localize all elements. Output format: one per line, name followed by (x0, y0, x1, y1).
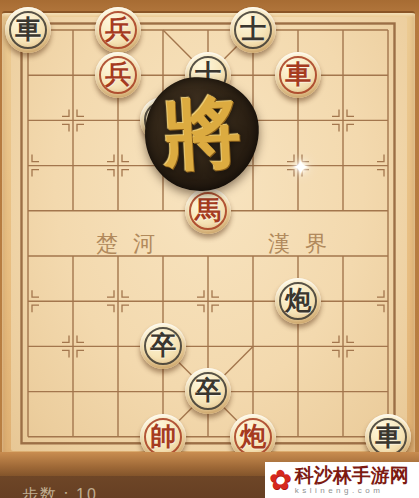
watermark-title: 科沙林手游网 (295, 465, 409, 486)
watermark-text: 科沙林手游网 kslineng.com (295, 465, 409, 496)
piece-black-車-0-0[interactable]: 車 (5, 7, 51, 53)
piece-glyph: 兵 (105, 17, 131, 43)
piece-black-士-5-0[interactable]: 士 (230, 7, 276, 53)
watermark-url: kslineng.com (295, 486, 409, 496)
piece-glyph: 炮 (285, 288, 311, 314)
step-counter: 步数：10 (22, 485, 98, 498)
xiangqi-board: 楚河 漢界 車兵士兵士車將馬炮卒卒帥炮車 將 ✦ (0, 0, 419, 462)
piece-glyph: 兵 (105, 62, 131, 88)
piece-red-兵-2-0[interactable]: 兵 (95, 7, 141, 53)
piece-glyph: 卒 (195, 378, 221, 404)
piece-glyph: 車 (375, 424, 401, 450)
piece-black-卒-3-7[interactable]: 卒 (140, 323, 186, 369)
piece-glyph: 車 (15, 17, 41, 43)
piece-glyph: 士 (240, 17, 266, 43)
piece-red-兵-2-1[interactable]: 兵 (95, 52, 141, 98)
piece-glyph: 炮 (240, 424, 266, 450)
piece-red-馬-4-4[interactable]: 馬 (185, 188, 231, 234)
check-stamp-glyph: 將 (161, 93, 243, 175)
piece-red-車-6-1[interactable]: 車 (275, 52, 321, 98)
piece-glyph: 車 (285, 62, 311, 88)
piece-black-卒-4-8[interactable]: 卒 (185, 368, 231, 414)
piece-glyph: 帥 (150, 424, 176, 450)
sparkle-icon: ✦ (288, 155, 314, 181)
piece-black-炮-6-6[interactable]: 炮 (275, 278, 321, 324)
piece-grid: 車兵士兵士車將馬炮卒卒帥炮車 (6, 7, 411, 459)
piece-glyph: 卒 (150, 333, 176, 359)
watermark: ✿ 科沙林手游网 kslineng.com (265, 462, 419, 498)
flower-icon: ✿ (269, 465, 292, 495)
piece-glyph: 馬 (195, 198, 221, 224)
